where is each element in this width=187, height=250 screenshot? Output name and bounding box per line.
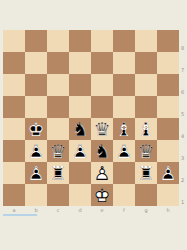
rank-label-1: 1 <box>181 184 186 206</box>
rank-label-3: 3 <box>181 140 186 162</box>
square-b1[interactable] <box>25 184 47 206</box>
black-knight-detail: ♘ <box>91 140 113 162</box>
square-g1[interactable] <box>135 184 157 206</box>
square-c4[interactable] <box>47 118 69 140</box>
square-e3[interactable]: ♞♘ <box>91 140 113 162</box>
black-pawn-detail: ♙ <box>69 140 91 162</box>
black-pawn[interactable]: ♟♙ <box>25 140 47 162</box>
square-g4[interactable]: ♝♗ <box>135 118 157 140</box>
black-bishop[interactable]: ♝♗ <box>135 118 157 140</box>
black-rook[interactable]: ♜♖ <box>135 162 157 184</box>
square-f4[interactable]: ♝♗ <box>113 118 135 140</box>
black-bishop-detail: ♗ <box>135 118 157 140</box>
black-queen[interactable]: ♛♕ <box>135 140 157 162</box>
black-queen-detail: ♕ <box>135 140 157 162</box>
black-knight[interactable]: ♞♘ <box>69 118 91 140</box>
square-g3[interactable]: ♛♕ <box>135 140 157 162</box>
rank-labels: 87654321 <box>181 30 186 206</box>
black-pawn[interactable]: ♟♙ <box>25 162 47 184</box>
square-h3[interactable] <box>157 140 179 162</box>
square-g6[interactable] <box>135 74 157 96</box>
square-c5[interactable] <box>47 96 69 118</box>
square-b3[interactable]: ♟♙ <box>25 140 47 162</box>
square-b5[interactable] <box>25 96 47 118</box>
black-queen[interactable]: ♛♕ <box>47 140 69 162</box>
square-d5[interactable] <box>69 96 91 118</box>
black-pawn[interactable]: ♟♙ <box>157 162 179 184</box>
black-pawn[interactable]: ♟♙ <box>113 140 135 162</box>
square-g7[interactable] <box>135 52 157 74</box>
square-h2[interactable]: ♟♙ <box>157 162 179 184</box>
square-h5[interactable] <box>157 96 179 118</box>
square-g5[interactable] <box>135 96 157 118</box>
black-knight-detail: ♘ <box>69 118 91 140</box>
square-c2[interactable]: ♜♖ <box>47 162 69 184</box>
rank-label-4: 4 <box>181 118 186 140</box>
square-a4[interactable] <box>3 118 25 140</box>
black-queen-detail: ♕ <box>47 140 69 162</box>
square-f7[interactable] <box>113 52 135 74</box>
square-e5[interactable] <box>91 96 113 118</box>
square-e7[interactable] <box>91 52 113 74</box>
rank-label-7: 7 <box>181 52 186 74</box>
black-rook[interactable]: ♜♖ <box>47 162 69 184</box>
rank-label-8: 8 <box>181 30 186 52</box>
square-b6[interactable] <box>25 74 47 96</box>
file-label-b: b <box>25 207 47 214</box>
file-label-a: a <box>3 207 25 214</box>
white-pawn[interactable]: ♟♙ <box>91 162 113 184</box>
square-b7[interactable] <box>25 52 47 74</box>
square-c3[interactable]: ♛♕ <box>47 140 69 162</box>
square-e6[interactable] <box>91 74 113 96</box>
rank-label-5: 5 <box>181 96 186 118</box>
square-a2[interactable] <box>3 162 25 184</box>
square-c1[interactable] <box>47 184 69 206</box>
black-queen[interactable]: ♛♕ <box>91 118 113 140</box>
square-a5[interactable] <box>3 96 25 118</box>
square-e8[interactable] <box>91 30 113 52</box>
square-e2[interactable]: ♟♙ <box>91 162 113 184</box>
board-grid: ♚♔♞♘♛♕♝♗♝♗♟♙♛♕♟♙♞♘♟♙♛♕♟♙♜♖♟♙♜♖♟♙♚♔ <box>3 30 179 206</box>
black-knight[interactable]: ♞♘ <box>91 140 113 162</box>
square-a6[interactable] <box>3 74 25 96</box>
square-b2[interactable]: ♟♙ <box>25 162 47 184</box>
black-rook-detail: ♖ <box>135 162 157 184</box>
square-h6[interactable] <box>157 74 179 96</box>
square-d2[interactable] <box>69 162 91 184</box>
black-pawn[interactable]: ♟♙ <box>69 140 91 162</box>
square-f1[interactable] <box>113 184 135 206</box>
black-bishop-detail: ♗ <box>113 118 135 140</box>
square-g2[interactable]: ♜♖ <box>135 162 157 184</box>
file-label-h: h <box>157 207 179 214</box>
square-a7[interactable] <box>3 52 25 74</box>
square-c8[interactable] <box>47 30 69 52</box>
square-a1[interactable] <box>3 184 25 206</box>
square-d1[interactable] <box>69 184 91 206</box>
square-b4[interactable]: ♚♔ <box>25 118 47 140</box>
file-label-d: d <box>69 207 91 214</box>
square-f8[interactable] <box>113 30 135 52</box>
square-c7[interactable] <box>47 52 69 74</box>
square-e1[interactable]: ♚♔ <box>91 184 113 206</box>
square-e4[interactable]: ♛♕ <box>91 118 113 140</box>
chess-board: ♚♔♞♘♛♕♝♗♝♗♟♙♛♕♟♙♞♘♟♙♛♕♟♙♜♖♟♙♜♖♟♙♚♔ <box>3 30 179 206</box>
black-rook-detail: ♖ <box>47 162 69 184</box>
square-g8[interactable] <box>135 30 157 52</box>
file-labels: abcdefgh <box>3 207 179 214</box>
accent-line <box>3 214 37 216</box>
black-pawn-detail: ♙ <box>157 162 179 184</box>
square-h7[interactable] <box>157 52 179 74</box>
square-f2[interactable] <box>113 162 135 184</box>
square-f3[interactable]: ♟♙ <box>113 140 135 162</box>
square-b8[interactable] <box>25 30 47 52</box>
white-king[interactable]: ♚♔ <box>91 184 113 206</box>
white-king-detail: ♔ <box>91 184 113 206</box>
square-d3[interactable]: ♟♙ <box>69 140 91 162</box>
file-label-e: e <box>91 207 113 214</box>
file-label-c: c <box>47 207 69 214</box>
black-pawn-detail: ♙ <box>113 140 135 162</box>
square-d7[interactable] <box>69 52 91 74</box>
black-pawn-detail: ♙ <box>25 140 47 162</box>
black-queen-detail: ♕ <box>91 118 113 140</box>
rank-label-2: 2 <box>181 162 186 184</box>
square-h8[interactable] <box>157 30 179 52</box>
square-c6[interactable] <box>47 74 69 96</box>
square-a3[interactable] <box>3 140 25 162</box>
square-f6[interactable] <box>113 74 135 96</box>
rank-label-6: 6 <box>181 74 186 96</box>
square-a8[interactable] <box>3 30 25 52</box>
file-label-f: f <box>113 207 135 214</box>
square-d6[interactable] <box>69 74 91 96</box>
square-d4[interactable]: ♞♘ <box>69 118 91 140</box>
file-label-g: g <box>135 207 157 214</box>
white-pawn-detail: ♙ <box>91 162 113 184</box>
black-king[interactable]: ♚♔ <box>25 118 47 140</box>
square-h1[interactable] <box>157 184 179 206</box>
square-h4[interactable] <box>157 118 179 140</box>
square-d8[interactable] <box>69 30 91 52</box>
black-pawn-detail: ♙ <box>25 162 47 184</box>
square-f5[interactable] <box>113 96 135 118</box>
black-king-detail: ♔ <box>25 118 47 140</box>
black-bishop[interactable]: ♝♗ <box>113 118 135 140</box>
